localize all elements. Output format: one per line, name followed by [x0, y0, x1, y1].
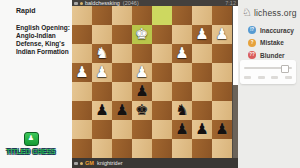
control-tick: [271, 76, 278, 79]
status-dot-icon: [80, 162, 83, 165]
square[interactable]: [212, 139, 232, 158]
square[interactable]: [132, 6, 152, 25]
tv-icon: [74, 162, 78, 165]
square[interactable]: [92, 25, 112, 44]
square[interactable]: [72, 25, 92, 44]
control-tick: [285, 76, 292, 79]
piece-bN[interactable]: ♞: [172, 101, 192, 120]
status-dot-icon: [80, 2, 83, 5]
square[interactable]: [132, 120, 152, 139]
piece-wP[interactable]: ♟: [212, 25, 232, 44]
square[interactable]: [192, 63, 212, 82]
square[interactable]: [112, 82, 132, 101]
square[interactable]: [172, 6, 192, 25]
piece-wP[interactable]: ♟: [192, 25, 212, 44]
blunder-icon: ??: [248, 51, 256, 59]
piece-bK[interactable]: ♚: [132, 101, 152, 120]
square[interactable]: [152, 120, 172, 139]
legend-row-blunder: ?? Blunder: [248, 51, 294, 59]
square[interactable]: [192, 139, 212, 158]
square[interactable]: ♟: [112, 101, 132, 120]
square[interactable]: ♟: [192, 25, 212, 44]
chess-board[interactable]: ♚♟♟♞♟♟♟♟♟♟♟♚♞♟♟♟: [72, 6, 232, 158]
square[interactable]: [72, 82, 92, 101]
bottom-player-bar: GM knightrider: [72, 158, 238, 168]
square[interactable]: [112, 25, 132, 44]
square[interactable]: [112, 6, 132, 25]
mistake-label: Mistake: [260, 39, 284, 46]
analysis-panel: ♘ lichess.org !? Inaccuracy ? Mistake ??…: [238, 0, 300, 168]
playback-controls: [240, 60, 296, 84]
square[interactable]: [192, 82, 212, 101]
square[interactable]: [192, 6, 212, 25]
slider-handle[interactable]: [281, 65, 289, 73]
inaccuracy-icon: !?: [248, 26, 256, 34]
square[interactable]: [72, 6, 92, 25]
square[interactable]: ♟: [132, 82, 152, 101]
judgment-legend: !? Inaccuracy ? Mistake ?? Blunder: [248, 26, 294, 59]
square[interactable]: [212, 63, 232, 82]
square[interactable]: [192, 44, 212, 63]
square[interactable]: ♞: [172, 101, 192, 120]
piece-bP[interactable]: ♟: [112, 101, 132, 120]
piece-wP[interactable]: ♟: [92, 63, 112, 82]
control-buttons: [244, 76, 292, 79]
square[interactable]: ♚: [132, 101, 152, 120]
info-panel: Rapid English Opening: Anglo-Indian Defe…: [0, 0, 72, 168]
move-slider[interactable]: [244, 67, 292, 69]
inaccuracy-label: Inaccuracy: [260, 27, 294, 34]
piece-bP[interactable]: ♟: [132, 82, 152, 101]
square[interactable]: [112, 44, 132, 63]
square[interactable]: [132, 44, 152, 63]
titled-chess-logo: ♟ TITLED CHESS: [0, 126, 62, 155]
piece-bP[interactable]: ♟: [212, 120, 232, 139]
square[interactable]: ♚: [132, 25, 152, 44]
bottom-player-name[interactable]: knightrider: [97, 160, 123, 166]
square[interactable]: [152, 63, 172, 82]
square[interactable]: [152, 6, 172, 25]
square[interactable]: [112, 139, 132, 158]
square[interactable]: [212, 82, 232, 101]
piece-wN[interactable]: ♞: [92, 44, 112, 63]
piece-wP[interactable]: ♟: [72, 63, 92, 82]
square[interactable]: [152, 44, 172, 63]
square[interactable]: ♟: [172, 44, 192, 63]
square[interactable]: [72, 139, 92, 158]
control-tick: [258, 76, 265, 79]
piece-wK[interactable]: ♚: [132, 25, 152, 44]
square[interactable]: [112, 120, 132, 139]
tv-icon: [74, 2, 78, 5]
square[interactable]: [92, 82, 112, 101]
bottom-player-title: GM: [85, 160, 94, 166]
square[interactable]: [112, 63, 132, 82]
square[interactable]: [172, 139, 192, 158]
lichess-wordmark: lichess.org: [254, 8, 297, 18]
square[interactable]: ♟: [212, 25, 232, 44]
square[interactable]: [92, 120, 112, 139]
square[interactable]: [72, 120, 92, 139]
piece-bP[interactable]: ♟: [192, 120, 212, 139]
square[interactable]: ♞: [92, 44, 112, 63]
lichess-logo[interactable]: ♘ lichess.org: [242, 7, 297, 18]
square[interactable]: [152, 101, 172, 120]
square[interactable]: ♟: [192, 120, 212, 139]
square[interactable]: [172, 82, 192, 101]
square[interactable]: [152, 139, 172, 158]
mistake-icon: ?: [248, 39, 256, 47]
square[interactable]: ♟: [92, 101, 112, 120]
square[interactable]: [132, 139, 152, 158]
square[interactable]: ♟: [92, 63, 112, 82]
knight-logo-icon: ♘: [242, 7, 252, 18]
square[interactable]: ♟: [172, 120, 192, 139]
square[interactable]: [92, 6, 112, 25]
piece-bP[interactable]: ♟: [92, 101, 112, 120]
square[interactable]: [212, 101, 232, 120]
square[interactable]: [212, 6, 232, 25]
square[interactable]: [152, 25, 172, 44]
opening-name: English Opening: Anglo-Indian Defense, K…: [16, 24, 74, 56]
game-speed-label: Rapid: [16, 7, 35, 14]
piece-wP[interactable]: ♟: [172, 44, 192, 63]
legend-row-inaccuracy: !? Inaccuracy: [248, 26, 294, 34]
square[interactable]: [172, 25, 192, 44]
legend-row-mistake: ? Mistake: [248, 39, 294, 47]
square[interactable]: ♟: [132, 63, 152, 82]
square[interactable]: [212, 44, 232, 63]
blunder-label: Blunder: [260, 52, 285, 59]
control-tick: [244, 76, 251, 79]
square[interactable]: [72, 44, 92, 63]
piece-bP[interactable]: ♟: [172, 120, 192, 139]
square[interactable]: [192, 101, 212, 120]
square[interactable]: ♟: [72, 63, 92, 82]
square[interactable]: [72, 101, 92, 120]
titled-chess-wordmark: TITLED CHESS: [0, 148, 62, 155]
square[interactable]: [152, 82, 172, 101]
green-badge-icon: ♟: [24, 132, 39, 146]
square[interactable]: [172, 63, 192, 82]
square[interactable]: [92, 139, 112, 158]
square[interactable]: ♟: [212, 120, 232, 139]
piece-wP[interactable]: ♟: [132, 63, 152, 82]
